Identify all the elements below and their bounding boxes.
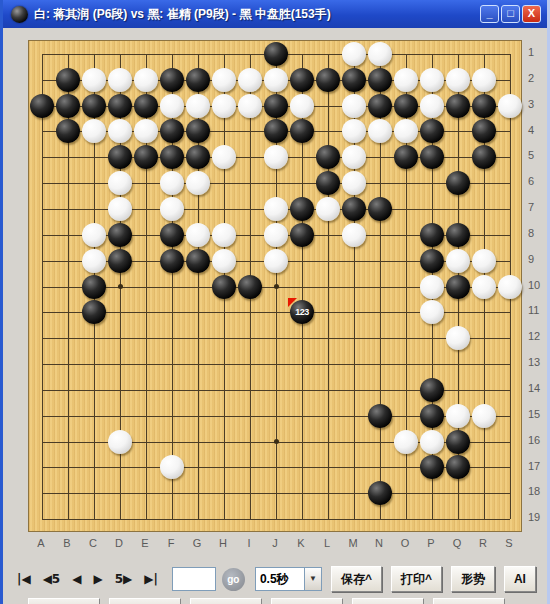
point-J14 xyxy=(263,377,289,403)
point-B13 xyxy=(55,351,81,377)
point-S7 xyxy=(497,196,523,222)
point-L6 xyxy=(315,170,341,196)
row-label-10: 10 xyxy=(524,273,550,299)
clipped-button[interactable] xyxy=(433,598,505,604)
point-N9 xyxy=(367,248,393,274)
point-L5 xyxy=(315,144,341,170)
point-P5 xyxy=(419,144,445,170)
point-G2 xyxy=(185,67,211,93)
black-stone xyxy=(342,197,366,221)
point-M4 xyxy=(341,119,367,145)
point-N18 xyxy=(367,480,393,506)
point-H13 xyxy=(211,351,237,377)
black-stone xyxy=(420,223,444,247)
point-M17 xyxy=(341,455,367,481)
white-stone xyxy=(186,171,210,195)
point-F14 xyxy=(159,377,185,403)
white-stone xyxy=(238,68,262,92)
point-C15 xyxy=(81,403,107,429)
point-O6 xyxy=(393,170,419,196)
point-A7 xyxy=(29,196,55,222)
white-stone xyxy=(446,326,470,350)
black-stone xyxy=(160,119,184,143)
point-L18 xyxy=(315,480,341,506)
point-D18 xyxy=(107,480,133,506)
point-C14 xyxy=(81,377,107,403)
point-K7 xyxy=(289,196,315,222)
point-E11 xyxy=(133,299,159,325)
black-stone xyxy=(368,481,392,505)
point-G13 xyxy=(185,351,211,377)
point-B15 xyxy=(55,403,81,429)
last-move-marker xyxy=(288,298,297,307)
point-P17 xyxy=(419,455,445,481)
point-J3 xyxy=(263,93,289,119)
point-I10 xyxy=(237,274,263,300)
white-stone xyxy=(342,171,366,195)
white-stone xyxy=(264,197,288,221)
point-K17 xyxy=(289,455,315,481)
black-stone xyxy=(186,68,210,92)
point-B11 xyxy=(55,299,81,325)
white-stone xyxy=(160,94,184,118)
point-D19 xyxy=(107,506,133,532)
white-stone xyxy=(264,68,288,92)
point-R12 xyxy=(471,325,497,351)
point-A16 xyxy=(29,429,55,455)
white-stone xyxy=(108,197,132,221)
point-O10 xyxy=(393,274,419,300)
point-L2 xyxy=(315,67,341,93)
point-H7 xyxy=(211,196,237,222)
col-label-I: I xyxy=(236,534,262,552)
point-C7 xyxy=(81,196,107,222)
point-E5 xyxy=(133,144,159,170)
clipped-button[interactable] xyxy=(28,598,100,604)
black-stone xyxy=(446,455,470,479)
row-label-4: 4 xyxy=(524,118,550,144)
point-A10 xyxy=(29,274,55,300)
white-stone xyxy=(212,223,236,247)
black-stone xyxy=(30,94,54,118)
point-I6 xyxy=(237,170,263,196)
point-P6 xyxy=(419,170,445,196)
star-point xyxy=(274,439,279,444)
autoplay-delay-select[interactable]: 0.5秒 ▼ xyxy=(255,567,322,591)
point-E18 xyxy=(133,480,159,506)
point-F13 xyxy=(159,351,185,377)
black-stone xyxy=(108,94,132,118)
black-stone xyxy=(108,145,132,169)
col-label-K: K xyxy=(288,534,314,552)
point-G6 xyxy=(185,170,211,196)
white-stone xyxy=(420,68,444,92)
point-D10 xyxy=(107,274,133,300)
point-B14 xyxy=(55,377,81,403)
point-J6 xyxy=(263,170,289,196)
white-stone xyxy=(498,94,522,118)
point-F5 xyxy=(159,144,185,170)
point-G5 xyxy=(185,144,211,170)
point-O5 xyxy=(393,144,419,170)
row-label-1: 1 xyxy=(524,40,550,66)
point-D13 xyxy=(107,351,133,377)
nav-back-button[interactable]: ◀ xyxy=(66,572,87,586)
point-J8 xyxy=(263,222,289,248)
black-stone xyxy=(56,68,80,92)
black-stone xyxy=(420,249,444,273)
point-D8 xyxy=(107,222,133,248)
row-label-2: 2 xyxy=(524,66,550,92)
point-L19 xyxy=(315,506,341,532)
point-H14 xyxy=(211,377,237,403)
point-K19 xyxy=(289,506,315,532)
col-label-M: M xyxy=(340,534,366,552)
point-R3 xyxy=(471,93,497,119)
point-E15 xyxy=(133,403,159,429)
point-N11 xyxy=(367,299,393,325)
point-M10 xyxy=(341,274,367,300)
point-A15 xyxy=(29,403,55,429)
row-label-13: 13 xyxy=(524,350,550,376)
point-L3 xyxy=(315,93,341,119)
print-button[interactable]: 打印^ xyxy=(391,566,442,592)
go-stone-app-icon xyxy=(11,6,28,23)
point-P3 xyxy=(419,93,445,119)
point-Q5 xyxy=(445,144,471,170)
point-I8 xyxy=(237,222,263,248)
nav-forward5-button[interactable]: 5▶ xyxy=(109,572,139,586)
point-P19 xyxy=(419,506,445,532)
white-stone xyxy=(82,249,106,273)
point-L17 xyxy=(315,455,341,481)
black-stone xyxy=(316,145,340,169)
black-stone xyxy=(420,145,444,169)
point-C2 xyxy=(81,67,107,93)
point-J2 xyxy=(263,67,289,93)
point-G9 xyxy=(185,248,211,274)
black-stone xyxy=(160,249,184,273)
white-stone xyxy=(108,430,132,454)
point-R17 xyxy=(471,455,497,481)
row-label-14: 14 xyxy=(524,376,550,402)
point-M9 xyxy=(341,248,367,274)
white-stone xyxy=(394,68,418,92)
point-S8 xyxy=(497,222,523,248)
point-G4 xyxy=(185,119,211,145)
col-label-Q: Q xyxy=(444,534,470,552)
point-Q7 xyxy=(445,196,471,222)
nav-last-button[interactable]: ▶| xyxy=(138,572,164,586)
black-stone xyxy=(394,94,418,118)
point-C10 xyxy=(81,274,107,300)
point-R18 xyxy=(471,480,497,506)
col-label-A: A xyxy=(28,534,54,552)
point-J4 xyxy=(263,119,289,145)
row-label-19: 19 xyxy=(524,505,550,531)
point-B12 xyxy=(55,325,81,351)
point-B3 xyxy=(55,93,81,119)
point-R19 xyxy=(471,506,497,532)
point-I19 xyxy=(237,506,263,532)
clipped-button[interactable] xyxy=(109,598,181,604)
black-stone xyxy=(446,223,470,247)
point-D4 xyxy=(107,119,133,145)
save-button[interactable]: 保存^ xyxy=(331,566,382,592)
white-stone xyxy=(420,94,444,118)
point-S5 xyxy=(497,144,523,170)
point-I9 xyxy=(237,248,263,274)
close-button[interactable]: X xyxy=(522,5,541,23)
delay-value: 0.5秒 xyxy=(256,568,304,590)
point-D14 xyxy=(107,377,133,403)
black-stone xyxy=(420,404,444,428)
point-F9 xyxy=(159,248,185,274)
move-number-input[interactable] xyxy=(172,567,216,591)
white-stone xyxy=(368,119,392,143)
point-J17 xyxy=(263,455,289,481)
point-M14 xyxy=(341,377,367,403)
point-H4 xyxy=(211,119,237,145)
white-stone xyxy=(420,300,444,324)
clipped-button[interactable] xyxy=(271,598,343,604)
point-P18 xyxy=(419,480,445,506)
black-stone xyxy=(290,68,314,92)
white-stone xyxy=(238,94,262,118)
black-stone xyxy=(82,300,106,324)
point-P13 xyxy=(419,351,445,377)
point-L7 xyxy=(315,196,341,222)
point-G16 xyxy=(185,429,211,455)
chevron-down-icon[interactable]: ▼ xyxy=(304,568,321,590)
point-K12 xyxy=(289,325,315,351)
white-stone xyxy=(498,275,522,299)
point-D16 xyxy=(107,429,133,455)
point-D3 xyxy=(107,93,133,119)
point-F18 xyxy=(159,480,185,506)
point-Q2 xyxy=(445,67,471,93)
point-B16 xyxy=(55,429,81,455)
nav-back5-button[interactable]: ◀5 xyxy=(37,572,67,586)
point-S17 xyxy=(497,455,523,481)
point-E12 xyxy=(133,325,159,351)
point-H11 xyxy=(211,299,237,325)
point-P4 xyxy=(419,119,445,145)
row-label-8: 8 xyxy=(524,221,550,247)
black-stone xyxy=(290,119,314,143)
star-point xyxy=(274,284,279,289)
white-stone xyxy=(394,119,418,143)
app-window: 白: 蒋其润 (P6段) vs 黑: 崔精 (P9段) - 黑 中盘胜(153手… xyxy=(0,0,550,604)
point-K8 xyxy=(289,222,315,248)
point-S19 xyxy=(497,506,523,532)
point-J19 xyxy=(263,506,289,532)
point-E1 xyxy=(133,41,159,67)
row-label-15: 15 xyxy=(524,402,550,428)
black-stone xyxy=(290,223,314,247)
point-R14 xyxy=(471,377,497,403)
point-K3 xyxy=(289,93,315,119)
point-H5 xyxy=(211,144,237,170)
point-O19 xyxy=(393,506,419,532)
maximize-button[interactable]: □ xyxy=(501,5,520,23)
point-A1 xyxy=(29,41,55,67)
territory-button[interactable]: 形势 xyxy=(451,566,495,592)
point-E19 xyxy=(133,506,159,532)
point-B7 xyxy=(55,196,81,222)
point-S6 xyxy=(497,170,523,196)
go-button[interactable]: go xyxy=(222,568,245,591)
point-N13 xyxy=(367,351,393,377)
black-stone xyxy=(420,119,444,143)
point-D11 xyxy=(107,299,133,325)
point-Q19 xyxy=(445,506,471,532)
black-stone xyxy=(160,68,184,92)
point-H10 xyxy=(211,274,237,300)
point-N8 xyxy=(367,222,393,248)
white-stone xyxy=(368,42,392,66)
point-O16 xyxy=(393,429,419,455)
board-grid: 123 xyxy=(29,41,523,532)
point-P16 xyxy=(419,429,445,455)
point-P14 xyxy=(419,377,445,403)
col-label-L: L xyxy=(314,534,340,552)
point-G3 xyxy=(185,93,211,119)
point-F6 xyxy=(159,170,185,196)
point-R13 xyxy=(471,351,497,377)
point-L8 xyxy=(315,222,341,248)
point-N15 xyxy=(367,403,393,429)
point-J15 xyxy=(263,403,289,429)
point-L15 xyxy=(315,403,341,429)
white-stone xyxy=(394,430,418,454)
point-J9 xyxy=(263,248,289,274)
point-K6 xyxy=(289,170,315,196)
black-stone xyxy=(290,197,314,221)
point-Q9 xyxy=(445,248,471,274)
clipped-button[interactable] xyxy=(352,598,424,604)
point-D17 xyxy=(107,455,133,481)
point-C13 xyxy=(81,351,107,377)
row-label-18: 18 xyxy=(524,479,550,505)
point-C18 xyxy=(81,480,107,506)
point-Q13 xyxy=(445,351,471,377)
white-stone xyxy=(316,197,340,221)
point-A12 xyxy=(29,325,55,351)
black-stone xyxy=(160,145,184,169)
black-stone xyxy=(186,249,210,273)
point-L14 xyxy=(315,377,341,403)
point-S2 xyxy=(497,67,523,93)
point-F8 xyxy=(159,222,185,248)
point-O14 xyxy=(393,377,419,403)
point-H3 xyxy=(211,93,237,119)
black-stone xyxy=(316,68,340,92)
black-stone xyxy=(160,223,184,247)
point-M11 xyxy=(341,299,367,325)
point-J11 xyxy=(263,299,289,325)
clipped-button-row xyxy=(28,598,537,604)
point-N16 xyxy=(367,429,393,455)
point-K4 xyxy=(289,119,315,145)
point-M3 xyxy=(341,93,367,119)
point-M16 xyxy=(341,429,367,455)
point-E8 xyxy=(133,222,159,248)
point-N2 xyxy=(367,67,393,93)
point-O9 xyxy=(393,248,419,274)
point-S12 xyxy=(497,325,523,351)
point-N12 xyxy=(367,325,393,351)
point-I14 xyxy=(237,377,263,403)
point-I3 xyxy=(237,93,263,119)
point-K11: 123 xyxy=(289,299,315,325)
nav-forward-button[interactable]: ▶ xyxy=(87,572,108,586)
black-stone xyxy=(446,275,470,299)
white-stone xyxy=(108,171,132,195)
point-R2 xyxy=(471,67,497,93)
point-E9 xyxy=(133,248,159,274)
point-J10 xyxy=(263,274,289,300)
clipped-button[interactable] xyxy=(190,598,262,604)
point-O7 xyxy=(393,196,419,222)
minimize-button[interactable]: _ xyxy=(480,5,499,23)
point-O12 xyxy=(393,325,419,351)
point-L9 xyxy=(315,248,341,274)
white-stone xyxy=(342,42,366,66)
point-O13 xyxy=(393,351,419,377)
point-I12 xyxy=(237,325,263,351)
point-L13 xyxy=(315,351,341,377)
row-label-16: 16 xyxy=(524,428,550,454)
point-B6 xyxy=(55,170,81,196)
point-O3 xyxy=(393,93,419,119)
point-M6 xyxy=(341,170,367,196)
black-stone xyxy=(420,378,444,402)
black-stone xyxy=(56,119,80,143)
point-C9 xyxy=(81,248,107,274)
point-D7 xyxy=(107,196,133,222)
point-H12 xyxy=(211,325,237,351)
point-F12 xyxy=(159,325,185,351)
point-F7 xyxy=(159,196,185,222)
point-F2 xyxy=(159,67,185,93)
row-label-9: 9 xyxy=(524,247,550,273)
point-I1 xyxy=(237,41,263,67)
point-M12 xyxy=(341,325,367,351)
white-stone xyxy=(472,68,496,92)
nav-first-button[interactable]: |◀ xyxy=(11,572,37,586)
point-J5 xyxy=(263,144,289,170)
white-stone xyxy=(342,223,366,247)
ai-button[interactable]: AI xyxy=(504,566,536,592)
row-label-11: 11 xyxy=(524,298,550,324)
point-R10 xyxy=(471,274,497,300)
point-M13 xyxy=(341,351,367,377)
black-stone xyxy=(108,249,132,273)
point-H1 xyxy=(211,41,237,67)
point-C16 xyxy=(81,429,107,455)
point-R5 xyxy=(471,144,497,170)
point-K1 xyxy=(289,41,315,67)
white-stone xyxy=(446,68,470,92)
white-stone xyxy=(264,249,288,273)
point-L1 xyxy=(315,41,341,67)
point-B9 xyxy=(55,248,81,274)
black-stone: 123 xyxy=(290,300,314,324)
point-B8 xyxy=(55,222,81,248)
point-I16 xyxy=(237,429,263,455)
point-B2 xyxy=(55,67,81,93)
